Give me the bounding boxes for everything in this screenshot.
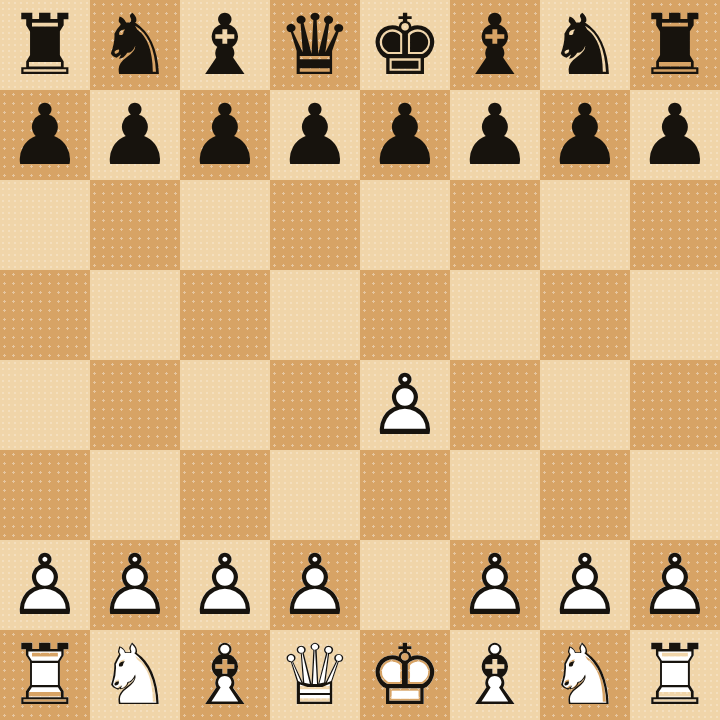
- square-g4[interactable]: [540, 360, 630, 450]
- square-e1[interactable]: ♚♔: [360, 630, 450, 720]
- square-g2[interactable]: ♟♙: [540, 540, 630, 630]
- white-piece-outline: ♙: [450, 540, 540, 630]
- square-h7[interactable]: ♟: [630, 90, 720, 180]
- white-piece-outline: ♔: [360, 630, 450, 720]
- square-h1[interactable]: ♜♖: [630, 630, 720, 720]
- white-piece-outline: ♖: [0, 630, 90, 720]
- square-d4[interactable]: [270, 360, 360, 450]
- black-pawn[interactable]: ♟: [540, 90, 630, 180]
- square-a1[interactable]: ♜♖: [0, 630, 90, 720]
- square-b6[interactable]: [90, 180, 180, 270]
- white-knight[interactable]: ♞♘: [90, 630, 180, 720]
- square-b7[interactable]: ♟: [90, 90, 180, 180]
- black-pawn[interactable]: ♟: [450, 90, 540, 180]
- white-queen[interactable]: ♛♕: [270, 630, 360, 720]
- square-e6[interactable]: [360, 180, 450, 270]
- square-c1[interactable]: ♝♗: [180, 630, 270, 720]
- square-a5[interactable]: [0, 270, 90, 360]
- square-f6[interactable]: [450, 180, 540, 270]
- square-h6[interactable]: [630, 180, 720, 270]
- square-e3[interactable]: [360, 450, 450, 540]
- white-piece-outline: ♙: [180, 540, 270, 630]
- square-h8[interactable]: ♜: [630, 0, 720, 90]
- white-piece-outline: ♙: [0, 540, 90, 630]
- square-f7[interactable]: ♟: [450, 90, 540, 180]
- white-king[interactable]: ♚♔: [360, 630, 450, 720]
- chess-board: ♜♞♝♛♚♝♞♜♟♟♟♟♟♟♟♟♟♙♟♙♟♙♟♙♟♙♟♙♟♙♟♙♜♖♞♘♝♗♛♕…: [0, 0, 720, 720]
- square-d5[interactable]: [270, 270, 360, 360]
- square-a8[interactable]: ♜: [0, 0, 90, 90]
- square-e8[interactable]: ♚: [360, 0, 450, 90]
- square-b4[interactable]: [90, 360, 180, 450]
- square-f2[interactable]: ♟♙: [450, 540, 540, 630]
- square-b1[interactable]: ♞♘: [90, 630, 180, 720]
- square-c7[interactable]: ♟: [180, 90, 270, 180]
- white-pawn[interactable]: ♟♙: [450, 540, 540, 630]
- black-knight[interactable]: ♞: [540, 0, 630, 90]
- square-f1[interactable]: ♝♗: [450, 630, 540, 720]
- white-pawn[interactable]: ♟♙: [360, 360, 450, 450]
- square-g6[interactable]: [540, 180, 630, 270]
- white-pawn[interactable]: ♟♙: [180, 540, 270, 630]
- black-pawn[interactable]: ♟: [180, 90, 270, 180]
- white-piece-outline: ♖: [630, 630, 720, 720]
- square-b3[interactable]: [90, 450, 180, 540]
- white-pawn[interactable]: ♟♙: [270, 540, 360, 630]
- square-e2[interactable]: [360, 540, 450, 630]
- square-c8[interactable]: ♝: [180, 0, 270, 90]
- black-king[interactable]: ♚: [360, 0, 450, 90]
- white-knight[interactable]: ♞♘: [540, 630, 630, 720]
- square-g7[interactable]: ♟: [540, 90, 630, 180]
- square-d2[interactable]: ♟♙: [270, 540, 360, 630]
- square-f5[interactable]: [450, 270, 540, 360]
- black-pawn[interactable]: ♟: [90, 90, 180, 180]
- black-pawn[interactable]: ♟: [0, 90, 90, 180]
- white-piece-outline: ♙: [540, 540, 630, 630]
- square-h2[interactable]: ♟♙: [630, 540, 720, 630]
- square-a3[interactable]: [0, 450, 90, 540]
- square-e4[interactable]: ♟♙: [360, 360, 450, 450]
- square-g5[interactable]: [540, 270, 630, 360]
- white-pawn[interactable]: ♟♙: [630, 540, 720, 630]
- square-d7[interactable]: ♟: [270, 90, 360, 180]
- square-e7[interactable]: ♟: [360, 90, 450, 180]
- white-piece-outline: ♘: [90, 630, 180, 720]
- black-pawn[interactable]: ♟: [630, 90, 720, 180]
- square-c2[interactable]: ♟♙: [180, 540, 270, 630]
- black-bishop[interactable]: ♝: [180, 0, 270, 90]
- white-bishop[interactable]: ♝♗: [450, 630, 540, 720]
- square-g1[interactable]: ♞♘: [540, 630, 630, 720]
- square-b5[interactable]: [90, 270, 180, 360]
- square-b2[interactable]: ♟♙: [90, 540, 180, 630]
- black-rook[interactable]: ♜: [0, 0, 90, 90]
- square-g8[interactable]: ♞: [540, 0, 630, 90]
- square-f3[interactable]: [450, 450, 540, 540]
- square-a6[interactable]: [0, 180, 90, 270]
- square-h5[interactable]: [630, 270, 720, 360]
- white-rook[interactable]: ♜♖: [630, 630, 720, 720]
- white-rook[interactable]: ♜♖: [0, 630, 90, 720]
- black-rook[interactable]: ♜: [630, 0, 720, 90]
- white-piece-outline: ♕: [270, 630, 360, 720]
- square-d8[interactable]: ♛: [270, 0, 360, 90]
- square-f4[interactable]: [450, 360, 540, 450]
- square-d6[interactable]: [270, 180, 360, 270]
- square-a7[interactable]: ♟: [0, 90, 90, 180]
- square-c4[interactable]: [180, 360, 270, 450]
- white-piece-outline: ♘: [540, 630, 630, 720]
- square-c3[interactable]: [180, 450, 270, 540]
- square-c5[interactable]: [180, 270, 270, 360]
- white-piece-outline: ♙: [90, 540, 180, 630]
- square-a4[interactable]: [0, 360, 90, 450]
- square-a2[interactable]: ♟♙: [0, 540, 90, 630]
- white-bishop[interactable]: ♝♗: [180, 630, 270, 720]
- square-d1[interactable]: ♛♕: [270, 630, 360, 720]
- square-d3[interactable]: [270, 450, 360, 540]
- square-g3[interactable]: [540, 450, 630, 540]
- black-knight[interactable]: ♞: [90, 0, 180, 90]
- white-pawn[interactable]: ♟♙: [540, 540, 630, 630]
- square-c6[interactable]: [180, 180, 270, 270]
- white-piece-outline: ♙: [360, 360, 450, 450]
- white-pawn[interactable]: ♟♙: [0, 540, 90, 630]
- black-pawn[interactable]: ♟: [360, 90, 450, 180]
- square-f8[interactable]: ♝: [450, 0, 540, 90]
- black-pawn[interactable]: ♟: [270, 90, 360, 180]
- square-e5[interactable]: [360, 270, 450, 360]
- black-queen[interactable]: ♛: [270, 0, 360, 90]
- white-piece-outline: ♗: [180, 630, 270, 720]
- square-h3[interactable]: [630, 450, 720, 540]
- white-piece-outline: ♙: [270, 540, 360, 630]
- white-pawn[interactable]: ♟♙: [90, 540, 180, 630]
- square-h4[interactable]: [630, 360, 720, 450]
- square-b8[interactable]: ♞: [90, 0, 180, 90]
- black-bishop[interactable]: ♝: [450, 0, 540, 90]
- white-piece-outline: ♙: [630, 540, 720, 630]
- white-piece-outline: ♗: [450, 630, 540, 720]
